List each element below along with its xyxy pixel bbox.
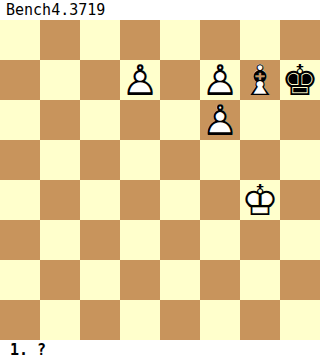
square-h5[interactable] [280, 140, 320, 180]
square-f7[interactable]: ♟♙ [200, 60, 240, 100]
square-h7[interactable]: ♚ [280, 60, 320, 100]
square-b3[interactable] [40, 220, 80, 260]
square-e3[interactable] [160, 220, 200, 260]
square-g7[interactable]: ♝♗ [240, 60, 280, 100]
square-b7[interactable] [40, 60, 80, 100]
square-c2[interactable] [80, 260, 120, 300]
square-f6[interactable]: ♟♙ [200, 100, 240, 140]
square-f2[interactable] [200, 260, 240, 300]
square-a8[interactable] [0, 20, 40, 60]
square-d5[interactable] [120, 140, 160, 180]
black-king-h7[interactable]: ♚ [280, 60, 320, 100]
square-c8[interactable] [80, 20, 120, 60]
square-a1[interactable] [0, 300, 40, 340]
square-h1[interactable] [280, 300, 320, 340]
white-pawn-d7[interactable]: ♙ [120, 60, 160, 100]
white-bishop-g7-fill: ♝ [240, 60, 280, 100]
square-b2[interactable] [40, 260, 80, 300]
square-h4[interactable] [280, 180, 320, 220]
square-g5[interactable] [240, 140, 280, 180]
chess-board: ♟♙♟♙♝♗♚♟♙♚♔ [0, 20, 320, 340]
white-king-g4-fill: ♚ [240, 180, 280, 220]
square-a7[interactable] [0, 60, 40, 100]
square-d4[interactable] [120, 180, 160, 220]
window-title: Bench4.3719 [0, 0, 320, 20]
square-d3[interactable] [120, 220, 160, 260]
square-b8[interactable] [40, 20, 80, 60]
square-c6[interactable] [80, 100, 120, 140]
square-a5[interactable] [0, 140, 40, 180]
square-h3[interactable] [280, 220, 320, 260]
square-b1[interactable] [40, 300, 80, 340]
square-b4[interactable] [40, 180, 80, 220]
square-d1[interactable] [120, 300, 160, 340]
square-g8[interactable] [240, 20, 280, 60]
square-b6[interactable] [40, 100, 80, 140]
square-f3[interactable] [200, 220, 240, 260]
move-prompt: 1. ? [0, 340, 320, 360]
square-d7[interactable]: ♟♙ [120, 60, 160, 100]
square-a4[interactable] [0, 180, 40, 220]
square-e2[interactable] [160, 260, 200, 300]
square-e1[interactable] [160, 300, 200, 340]
white-pawn-f6[interactable]: ♙ [200, 100, 240, 140]
square-g2[interactable] [240, 260, 280, 300]
square-b5[interactable] [40, 140, 80, 180]
square-a3[interactable] [0, 220, 40, 260]
square-a2[interactable] [0, 260, 40, 300]
square-f4[interactable] [200, 180, 240, 220]
white-pawn-d7-fill: ♟ [120, 60, 160, 100]
white-bishop-g7[interactable]: ♗ [240, 60, 280, 100]
square-g3[interactable] [240, 220, 280, 260]
square-d8[interactable] [120, 20, 160, 60]
square-c7[interactable] [80, 60, 120, 100]
square-e6[interactable] [160, 100, 200, 140]
square-c3[interactable] [80, 220, 120, 260]
square-h2[interactable] [280, 260, 320, 300]
square-g1[interactable] [240, 300, 280, 340]
square-e7[interactable] [160, 60, 200, 100]
square-d6[interactable] [120, 100, 160, 140]
square-e4[interactable] [160, 180, 200, 220]
white-king-g4[interactable]: ♔ [240, 180, 280, 220]
square-g6[interactable] [240, 100, 280, 140]
white-pawn-f7[interactable]: ♙ [200, 60, 240, 100]
square-c4[interactable] [80, 180, 120, 220]
square-f5[interactable] [200, 140, 240, 180]
square-g4[interactable]: ♚♔ [240, 180, 280, 220]
white-pawn-f6-fill: ♟ [200, 100, 240, 140]
square-e8[interactable] [160, 20, 200, 60]
square-f1[interactable] [200, 300, 240, 340]
square-e5[interactable] [160, 140, 200, 180]
square-d2[interactable] [120, 260, 160, 300]
square-h6[interactable] [280, 100, 320, 140]
white-pawn-f7-fill: ♟ [200, 60, 240, 100]
square-c1[interactable] [80, 300, 120, 340]
square-c5[interactable] [80, 140, 120, 180]
square-h8[interactable] [280, 20, 320, 60]
square-a6[interactable] [0, 100, 40, 140]
square-f8[interactable] [200, 20, 240, 60]
